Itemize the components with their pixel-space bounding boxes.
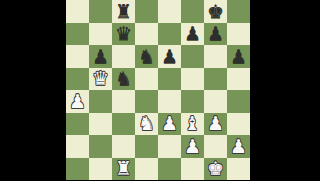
square-g3[interactable]: ♟ (204, 113, 227, 136)
square-e8[interactable] (158, 0, 181, 23)
black-knight[interactable]: ♞ (135, 45, 158, 68)
square-f5[interactable] (181, 68, 204, 91)
black-pawn[interactable]: ♟ (204, 23, 227, 46)
square-f4[interactable] (181, 90, 204, 113)
white-pawn[interactable]: ♟ (66, 90, 89, 113)
square-a5[interactable] (66, 68, 89, 91)
black-king[interactable]: ♚ (204, 0, 227, 23)
square-d6[interactable]: ♞ (135, 45, 158, 68)
white-pawn[interactable]: ♟ (204, 113, 227, 136)
square-g4[interactable] (204, 90, 227, 113)
square-a6[interactable] (66, 45, 89, 68)
square-h5[interactable] (227, 68, 250, 91)
square-a7[interactable] (66, 23, 89, 46)
black-knight[interactable]: ♞ (112, 68, 135, 91)
square-d8[interactable] (135, 0, 158, 23)
square-e6[interactable]: ♟ (158, 45, 181, 68)
square-c5[interactable]: ♞ (112, 68, 135, 91)
square-a1[interactable] (66, 158, 89, 181)
square-e2[interactable] (158, 135, 181, 158)
black-pawn[interactable]: ♟ (181, 23, 204, 46)
square-g7[interactable]: ♟ (204, 23, 227, 46)
square-h8[interactable] (227, 0, 250, 23)
square-h3[interactable] (227, 113, 250, 136)
black-rook[interactable]: ♜ (112, 0, 135, 23)
white-queen[interactable]: ♛ (89, 68, 112, 91)
square-c6[interactable] (112, 45, 135, 68)
letterbox-right (250, 0, 320, 180)
square-h6[interactable]: ♟ (227, 45, 250, 68)
square-c8[interactable]: ♜ (112, 0, 135, 23)
black-pawn[interactable]: ♟ (89, 45, 112, 68)
square-a4[interactable]: ♟ (66, 90, 89, 113)
square-h4[interactable] (227, 90, 250, 113)
square-d2[interactable] (135, 135, 158, 158)
square-c3[interactable] (112, 113, 135, 136)
square-h1[interactable] (227, 158, 250, 181)
square-e7[interactable] (158, 23, 181, 46)
square-f7[interactable]: ♟ (181, 23, 204, 46)
square-h2[interactable]: ♟ (227, 135, 250, 158)
square-f8[interactable] (181, 0, 204, 23)
white-rook[interactable]: ♜ (112, 158, 135, 181)
chess-board: ♜♚♛♟♟♟♞♟♟♛♞♟♞♟♝♟♟♟♜♚ (66, 0, 250, 180)
square-a2[interactable] (66, 135, 89, 158)
square-e5[interactable] (158, 68, 181, 91)
letterbox-left (0, 0, 66, 180)
square-c1[interactable]: ♜ (112, 158, 135, 181)
white-pawn[interactable]: ♟ (158, 113, 181, 136)
screenshot-canvas: ♜♚♛♟♟♟♞♟♟♛♞♟♞♟♝♟♟♟♜♚ (0, 0, 320, 180)
square-g1[interactable]: ♚ (204, 158, 227, 181)
square-f2[interactable]: ♟ (181, 135, 204, 158)
square-d5[interactable] (135, 68, 158, 91)
square-b3[interactable] (89, 113, 112, 136)
square-g5[interactable] (204, 68, 227, 91)
square-a3[interactable] (66, 113, 89, 136)
square-b6[interactable]: ♟ (89, 45, 112, 68)
square-f6[interactable] (181, 45, 204, 68)
square-b7[interactable] (89, 23, 112, 46)
square-b8[interactable] (89, 0, 112, 23)
square-a8[interactable] (66, 0, 89, 23)
square-e4[interactable] (158, 90, 181, 113)
white-pawn[interactable]: ♟ (181, 135, 204, 158)
square-e3[interactable]: ♟ (158, 113, 181, 136)
black-queen[interactable]: ♛ (112, 23, 135, 46)
square-c2[interactable] (112, 135, 135, 158)
square-g8[interactable]: ♚ (204, 0, 227, 23)
square-d1[interactable] (135, 158, 158, 181)
black-pawn[interactable]: ♟ (158, 45, 181, 68)
white-pawn[interactable]: ♟ (227, 135, 250, 158)
square-b5[interactable]: ♛ (89, 68, 112, 91)
square-c4[interactable] (112, 90, 135, 113)
white-king[interactable]: ♚ (204, 158, 227, 181)
square-e1[interactable] (158, 158, 181, 181)
square-d4[interactable] (135, 90, 158, 113)
square-f3[interactable]: ♝ (181, 113, 204, 136)
square-b4[interactable] (89, 90, 112, 113)
square-g6[interactable] (204, 45, 227, 68)
black-pawn[interactable]: ♟ (227, 45, 250, 68)
square-b1[interactable] (89, 158, 112, 181)
white-bishop[interactable]: ♝ (181, 113, 204, 136)
white-knight[interactable]: ♞ (135, 113, 158, 136)
square-h7[interactable] (227, 23, 250, 46)
square-d3[interactable]: ♞ (135, 113, 158, 136)
square-g2[interactable] (204, 135, 227, 158)
square-c7[interactable]: ♛ (112, 23, 135, 46)
square-f1[interactable] (181, 158, 204, 181)
square-b2[interactable] (89, 135, 112, 158)
square-d7[interactable] (135, 23, 158, 46)
